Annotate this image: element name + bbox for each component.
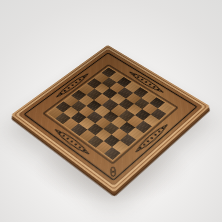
photo-backdrop: [0, 0, 222, 222]
corner-motif: [111, 167, 116, 176]
